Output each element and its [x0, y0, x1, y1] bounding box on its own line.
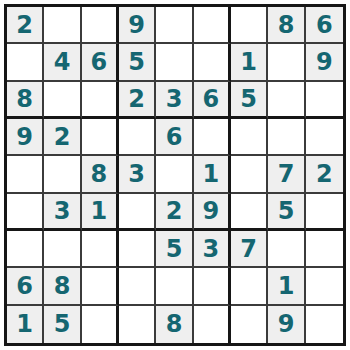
cell-r4c5-given: 6 — [156, 119, 193, 156]
cell-r1c7-empty[interactable] — [231, 7, 268, 44]
cell-r4c6-empty[interactable] — [194, 119, 231, 156]
cell-r7c1-empty[interactable] — [7, 231, 44, 268]
cell-r1c3-empty[interactable] — [82, 7, 119, 44]
cell-r5c4-given: 3 — [119, 156, 156, 193]
cell-r8c7-empty[interactable] — [231, 268, 268, 305]
cell-r9c2-given: 5 — [44, 306, 81, 343]
cell-r9c5-given: 8 — [156, 306, 193, 343]
cell-r9c3-empty[interactable] — [82, 306, 119, 343]
cell-r5c3-given: 8 — [82, 156, 119, 193]
cell-r5c7-empty[interactable] — [231, 156, 268, 193]
cell-r7c5-given: 5 — [156, 231, 193, 268]
cell-r9c8-given: 9 — [268, 306, 305, 343]
cell-r1c2-empty[interactable] — [44, 7, 81, 44]
cell-r8c9-empty[interactable] — [306, 268, 343, 305]
cell-r2c6-empty[interactable] — [194, 44, 231, 81]
cell-r6c4-empty[interactable] — [119, 194, 156, 231]
cell-r5c8-given: 7 — [268, 156, 305, 193]
cell-r5c1-empty[interactable] — [7, 156, 44, 193]
cell-r6c1-empty[interactable] — [7, 194, 44, 231]
cell-r5c9-given: 2 — [306, 156, 343, 193]
cell-r4c7-empty[interactable] — [231, 119, 268, 156]
cell-r7c9-empty[interactable] — [306, 231, 343, 268]
cell-r6c2-given: 3 — [44, 194, 81, 231]
cell-r1c5-empty[interactable] — [156, 7, 193, 44]
cell-r6c5-given: 2 — [156, 194, 193, 231]
cell-r8c4-empty[interactable] — [119, 268, 156, 305]
cell-r9c7-empty[interactable] — [231, 306, 268, 343]
cell-r9c6-empty[interactable] — [194, 306, 231, 343]
cell-r3c4-given: 2 — [119, 82, 156, 119]
cell-r5c5-empty[interactable] — [156, 156, 193, 193]
cell-r8c5-empty[interactable] — [156, 268, 193, 305]
cell-r2c9-given: 9 — [306, 44, 343, 81]
cell-r6c8-given: 5 — [268, 194, 305, 231]
cell-r4c2-given: 2 — [44, 119, 81, 156]
cell-r1c1-given: 2 — [7, 7, 44, 44]
cell-r7c8-empty[interactable] — [268, 231, 305, 268]
cell-r1c8-given: 8 — [268, 7, 305, 44]
cell-r1c9-given: 6 — [306, 7, 343, 44]
cell-r3c2-empty[interactable] — [44, 82, 81, 119]
cell-r7c2-empty[interactable] — [44, 231, 81, 268]
sudoku-page: 2986465198236592683172312955376811589 — [0, 0, 350, 350]
cell-r6c9-empty[interactable] — [306, 194, 343, 231]
cell-r3c7-given: 5 — [231, 82, 268, 119]
cell-r4c8-empty[interactable] — [268, 119, 305, 156]
cell-r8c2-given: 8 — [44, 268, 81, 305]
cell-r1c6-empty[interactable] — [194, 7, 231, 44]
cell-r9c9-empty[interactable] — [306, 306, 343, 343]
cell-r2c1-empty[interactable] — [7, 44, 44, 81]
cell-r2c2-given: 4 — [44, 44, 81, 81]
cell-r9c1-given: 1 — [7, 306, 44, 343]
cell-r9c4-empty[interactable] — [119, 306, 156, 343]
cell-r4c3-empty[interactable] — [82, 119, 119, 156]
cell-r3c9-empty[interactable] — [306, 82, 343, 119]
cell-r8c6-empty[interactable] — [194, 268, 231, 305]
cell-r4c9-empty[interactable] — [306, 119, 343, 156]
cell-r8c3-empty[interactable] — [82, 268, 119, 305]
cell-r6c7-empty[interactable] — [231, 194, 268, 231]
cell-r2c3-given: 6 — [82, 44, 119, 81]
cell-r7c4-empty[interactable] — [119, 231, 156, 268]
cell-r7c3-empty[interactable] — [82, 231, 119, 268]
cell-r3c3-empty[interactable] — [82, 82, 119, 119]
cell-r8c1-given: 6 — [7, 268, 44, 305]
cell-r2c5-empty[interactable] — [156, 44, 193, 81]
cell-r7c7-given: 7 — [231, 231, 268, 268]
sudoku-board: 2986465198236592683172312955376811589 — [4, 4, 346, 346]
cell-r2c8-empty[interactable] — [268, 44, 305, 81]
cell-r6c6-given: 9 — [194, 194, 231, 231]
cell-r3c5-given: 3 — [156, 82, 193, 119]
cell-r5c6-given: 1 — [194, 156, 231, 193]
cell-r8c8-given: 1 — [268, 268, 305, 305]
cell-r7c6-given: 3 — [194, 231, 231, 268]
cell-r3c6-given: 6 — [194, 82, 231, 119]
cell-r4c1-given: 9 — [7, 119, 44, 156]
cell-r2c7-given: 1 — [231, 44, 268, 81]
cell-r2c4-given: 5 — [119, 44, 156, 81]
cell-r3c8-empty[interactable] — [268, 82, 305, 119]
cell-r5c2-empty[interactable] — [44, 156, 81, 193]
cell-r3c1-given: 8 — [7, 82, 44, 119]
cell-r4c4-empty[interactable] — [119, 119, 156, 156]
cell-r1c4-given: 9 — [119, 7, 156, 44]
cell-r6c3-given: 1 — [82, 194, 119, 231]
